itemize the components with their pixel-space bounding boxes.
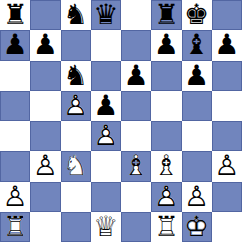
white-piece-outline: ♙ [91,121,121,151]
black-bishop-icon[interactable]: ♝ [182,30,212,60]
black-pawn-icon[interactable]: ♟ [151,30,181,60]
square-g4[interactable] [182,121,212,151]
black-piece-fill: ♟ [151,30,181,60]
black-pawn-icon[interactable]: ♟ [121,61,151,91]
square-h5[interactable] [212,91,242,121]
white-knight-icon[interactable]: ♞♘ [61,151,91,181]
square-f7[interactable]: ♟ [151,30,181,60]
square-d8[interactable]: ♛ [91,0,121,30]
white-bishop-icon[interactable]: ♝♗ [151,151,181,181]
black-piece-fill: ♟ [91,91,121,121]
black-piece-fill: ♝ [182,30,212,60]
black-pawn-icon[interactable]: ♟ [0,30,30,60]
black-rook-icon[interactable]: ♜ [151,0,181,30]
chess-board: ♜♞♛♜♚♟♟♟♝♟♞♟♟♟♙♟♟♙♟♙♞♘♝♗♝♗♟♙♟♙♟♙♟♙♜♖♛♕♜♖… [0,0,242,242]
black-piece-fill: ♟ [30,30,60,60]
square-e1[interactable] [121,212,151,242]
black-pawn-icon[interactable]: ♟ [91,91,121,121]
square-h4[interactable] [212,121,242,151]
square-h2[interactable] [212,182,242,212]
square-c7[interactable] [61,30,91,60]
black-piece-fill: ♞ [61,0,91,30]
square-a2[interactable]: ♟♙ [0,182,30,212]
black-pawn-icon[interactable]: ♟ [212,30,242,60]
white-piece-outline: ♘ [61,151,91,181]
square-c1[interactable] [61,212,91,242]
white-pawn-icon[interactable]: ♟♙ [30,151,60,181]
square-h1[interactable] [212,212,242,242]
square-c2[interactable] [61,182,91,212]
square-a8[interactable]: ♜ [0,0,30,30]
black-piece-fill: ♚ [182,0,212,30]
square-f6[interactable] [151,61,181,91]
white-piece-outline: ♙ [0,182,30,212]
square-f5[interactable] [151,91,181,121]
square-e5[interactable] [121,91,151,121]
white-piece-outline: ♖ [0,212,30,242]
square-e3[interactable]: ♝♗ [121,151,151,181]
white-piece-outline: ♗ [121,151,151,181]
square-a6[interactable] [0,61,30,91]
black-piece-fill: ♜ [0,0,30,30]
square-b5[interactable] [30,91,60,121]
square-g3[interactable] [182,151,212,181]
square-c6[interactable]: ♞ [61,61,91,91]
square-g5[interactable] [182,91,212,121]
square-e8[interactable] [121,0,151,30]
square-b2[interactable] [30,182,60,212]
square-f8[interactable]: ♜ [151,0,181,30]
white-pawn-icon[interactable]: ♟♙ [212,151,242,181]
white-piece-outline: ♙ [151,182,181,212]
square-b3[interactable]: ♟♙ [30,151,60,181]
white-piece-outline: ♙ [212,151,242,181]
square-a7[interactable]: ♟ [0,30,30,60]
square-f4[interactable] [151,121,181,151]
square-c5[interactable]: ♟♙ [61,91,91,121]
black-piece-fill: ♟ [182,61,212,91]
square-e7[interactable] [121,30,151,60]
black-knight-icon[interactable]: ♞ [61,61,91,91]
square-d1[interactable]: ♛♕ [91,212,121,242]
white-pawn-icon[interactable]: ♟♙ [182,182,212,212]
square-e4[interactable] [121,121,151,151]
black-king-icon[interactable]: ♚ [182,0,212,30]
square-g2[interactable]: ♟♙ [182,182,212,212]
black-piece-fill: ♟ [121,61,151,91]
square-d7[interactable] [91,30,121,60]
square-h3[interactable]: ♟♙ [212,151,242,181]
square-g6[interactable]: ♟ [182,61,212,91]
square-b6[interactable] [30,61,60,91]
black-rook-icon[interactable]: ♜ [0,0,30,30]
square-h8[interactable] [212,0,242,30]
square-e2[interactable] [121,182,151,212]
square-h7[interactable]: ♟ [212,30,242,60]
white-piece-outline: ♙ [182,182,212,212]
square-f1[interactable]: ♜♖ [151,212,181,242]
white-queen-icon[interactable]: ♛♕ [91,212,121,242]
black-pawn-icon[interactable]: ♟ [182,61,212,91]
square-d3[interactable] [91,151,121,181]
white-bishop-icon[interactable]: ♝♗ [121,151,151,181]
square-f3[interactable]: ♝♗ [151,151,181,181]
white-piece-outline: ♙ [61,91,91,121]
square-a4[interactable] [0,121,30,151]
square-d5[interactable]: ♟ [91,91,121,121]
black-pawn-icon[interactable]: ♟ [30,30,60,60]
black-queen-icon[interactable]: ♛ [91,0,121,30]
white-pawn-icon[interactable]: ♟♙ [0,182,30,212]
square-d2[interactable] [91,182,121,212]
square-f2[interactable]: ♟♙ [151,182,181,212]
square-b8[interactable] [30,0,60,30]
white-piece-outline: ♕ [91,212,121,242]
white-piece-outline: ♙ [30,151,60,181]
white-rook-icon[interactable]: ♜♖ [151,212,181,242]
square-e6[interactable]: ♟ [121,61,151,91]
black-piece-fill: ♟ [212,30,242,60]
square-b1[interactable] [30,212,60,242]
white-piece-outline: ♔ [182,212,212,242]
square-a5[interactable] [0,91,30,121]
square-g8[interactable]: ♚ [182,0,212,30]
black-piece-fill: ♞ [61,61,91,91]
black-piece-fill: ♛ [91,0,121,30]
square-a1[interactable]: ♜♖ [0,212,30,242]
square-g7[interactable]: ♝ [182,30,212,60]
white-piece-outline: ♖ [151,212,181,242]
square-g1[interactable]: ♚♔ [182,212,212,242]
white-pawn-icon[interactable]: ♟♙ [151,182,181,212]
black-piece-fill: ♜ [151,0,181,30]
square-c8[interactable]: ♞ [61,0,91,30]
square-b7[interactable]: ♟ [30,30,60,60]
white-pawn-icon[interactable]: ♟♙ [91,121,121,151]
square-d6[interactable] [91,61,121,91]
square-b4[interactable] [30,121,60,151]
black-knight-icon[interactable]: ♞ [61,0,91,30]
square-d4[interactable]: ♟♙ [91,121,121,151]
square-h6[interactable] [212,61,242,91]
white-rook-icon[interactable]: ♜♖ [0,212,30,242]
square-c4[interactable] [61,121,91,151]
square-a3[interactable] [0,151,30,181]
white-pawn-icon[interactable]: ♟♙ [61,91,91,121]
square-c3[interactable]: ♞♘ [61,151,91,181]
black-piece-fill: ♟ [0,30,30,60]
white-piece-outline: ♗ [151,151,181,181]
white-king-icon[interactable]: ♚♔ [182,212,212,242]
